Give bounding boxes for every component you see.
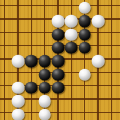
black-stone[interactable] [52,28,65,41]
black-stone[interactable] [25,82,38,95]
white-stone[interactable] [12,95,25,108]
black-stone[interactable] [52,82,65,95]
white-stone[interactable] [65,15,78,28]
black-stone[interactable] [52,55,65,68]
white-stone[interactable] [12,108,25,120]
black-stone[interactable] [25,55,38,68]
black-stone[interactable] [52,68,65,81]
black-stone[interactable] [38,68,51,81]
white-stone[interactable] [12,82,25,95]
white-stone[interactable] [12,55,25,68]
white-stone[interactable] [52,15,65,28]
black-stone[interactable] [78,15,91,28]
black-stone[interactable] [38,55,51,68]
go-board[interactable] [0,0,120,120]
black-stone[interactable] [78,42,91,55]
white-stone[interactable] [38,95,51,108]
white-stone[interactable] [78,2,91,15]
white-stone[interactable] [92,55,105,68]
black-stone[interactable] [65,42,78,55]
white-stone[interactable] [78,68,91,81]
white-stone[interactable] [92,15,105,28]
white-stone[interactable] [38,108,51,120]
black-stone[interactable] [52,42,65,55]
black-stone[interactable] [38,82,51,95]
white-stone[interactable] [65,28,78,41]
black-stone[interactable] [78,28,91,41]
